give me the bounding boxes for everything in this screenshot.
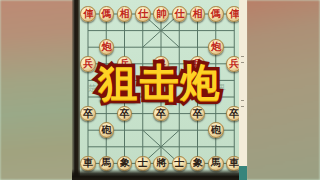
piece-black[interactable]: 卒: [153, 106, 169, 122]
piece-red[interactable]: 相: [117, 6, 133, 22]
piece-red[interactable]: 帥: [153, 6, 169, 22]
board-cell[interactable]: 炮: [207, 39, 225, 56]
piece-black[interactable]: 卒: [117, 106, 133, 122]
piece-red[interactable]: 兵: [153, 56, 169, 72]
piece-red[interactable]: 兵: [80, 56, 96, 72]
strip-mark: [241, 62, 244, 63]
board-cell[interactable]: [79, 72, 97, 89]
strip-mark: [241, 106, 244, 107]
board-cell[interactable]: [116, 89, 134, 106]
board-cell[interactable]: [79, 89, 97, 106]
board-cell[interactable]: 仕: [134, 6, 152, 23]
piece-red[interactable]: 傌: [208, 6, 224, 22]
piece-black[interactable]: 砲: [99, 122, 115, 138]
strip-mark: [241, 100, 244, 101]
piece-red[interactable]: 兵: [190, 56, 206, 72]
board-cell[interactable]: [116, 122, 134, 139]
board-cell[interactable]: [152, 22, 170, 39]
blurred-background-left: [0, 0, 74, 180]
board-cell[interactable]: 兵: [189, 55, 207, 72]
board-cell[interactable]: [116, 138, 134, 155]
piece-red[interactable]: 傌: [99, 6, 115, 22]
board-cell[interactable]: [152, 39, 170, 56]
piece-black[interactable]: 卒: [80, 106, 96, 122]
board-cell[interactable]: 砲: [97, 122, 115, 139]
board-cell[interactable]: [170, 55, 188, 72]
board-cell[interactable]: [79, 39, 97, 56]
board-cell[interactable]: [116, 72, 134, 89]
board-cell[interactable]: [79, 138, 97, 155]
piece-red[interactable]: 炮: [208, 39, 224, 55]
board-cell[interactable]: 卒: [116, 105, 134, 122]
board-cell[interactable]: [207, 89, 225, 106]
board-cell[interactable]: 卒: [152, 105, 170, 122]
board-cell[interactable]: [152, 138, 170, 155]
board-cell[interactable]: 帥: [152, 6, 170, 23]
board-grid: 俥傌相仕帥仕相傌俥炮炮兵兵兵兵兵卒卒卒卒卒砲砲車馬象士將士象馬車: [79, 6, 243, 172]
board-cell[interactable]: 卒: [189, 105, 207, 122]
board-cell[interactable]: [97, 55, 115, 72]
board-cell[interactable]: [207, 72, 225, 89]
board-cell[interactable]: [134, 22, 152, 39]
board-cell[interactable]: [189, 22, 207, 39]
piece-black[interactable]: 卒: [190, 106, 206, 122]
strip-teal-block: [239, 166, 247, 180]
board-cell[interactable]: [170, 89, 188, 106]
board-cell[interactable]: [79, 122, 97, 139]
board-cell[interactable]: [189, 122, 207, 139]
board-cell[interactable]: [189, 39, 207, 56]
xiangqi-board[interactable]: 楚河 漢界 俥傌相仕帥仕相傌俥炮炮兵兵兵兵兵卒卒卒卒卒砲砲車馬象士將士象馬車: [79, 0, 241, 180]
board-cell[interactable]: [134, 138, 152, 155]
board-cell[interactable]: [79, 22, 97, 39]
board-cell[interactable]: 相: [116, 6, 134, 23]
board-cell[interactable]: [207, 55, 225, 72]
board-bottom-shadow: [72, 169, 240, 180]
board-cell[interactable]: [170, 22, 188, 39]
board-cell[interactable]: 炮: [97, 39, 115, 56]
board-cell[interactable]: [134, 122, 152, 139]
right-edge-strip: [239, 0, 247, 180]
board-cell[interactable]: [152, 122, 170, 139]
blurred-background-right: [246, 0, 320, 180]
board-cell[interactable]: 卒: [79, 105, 97, 122]
board-cell[interactable]: 傌: [207, 6, 225, 23]
board-cell[interactable]: [170, 39, 188, 56]
board-cell[interactable]: [170, 122, 188, 139]
board-cell[interactable]: [97, 22, 115, 39]
board-cell[interactable]: [134, 105, 152, 122]
board-cell[interactable]: [207, 105, 225, 122]
piece-black[interactable]: 砲: [208, 122, 224, 138]
board-cell[interactable]: [97, 89, 115, 106]
board-cell[interactable]: [152, 89, 170, 106]
board-cell[interactable]: [97, 138, 115, 155]
board-cell[interactable]: [207, 138, 225, 155]
piece-red[interactable]: 相: [190, 6, 206, 22]
video-frame: 楚河 漢界 俥傌相仕帥仕相傌俥炮炮兵兵兵兵兵卒卒卒卒卒砲砲車馬象士將士象馬車 狙…: [0, 0, 320, 180]
board-cell[interactable]: [97, 72, 115, 89]
board-cell[interactable]: 砲: [207, 122, 225, 139]
board-cell[interactable]: 俥: [79, 6, 97, 23]
board-cell[interactable]: 兵: [116, 55, 134, 72]
board-cell[interactable]: 仕: [170, 6, 188, 23]
board-cell[interactable]: 相: [189, 6, 207, 23]
board-cell[interactable]: [116, 22, 134, 39]
board-cell[interactable]: [189, 138, 207, 155]
board-cell[interactable]: [170, 105, 188, 122]
board-cell[interactable]: [207, 22, 225, 39]
board-cell[interactable]: [116, 39, 134, 56]
board-cell[interactable]: [170, 138, 188, 155]
board-cell[interactable]: [134, 72, 152, 89]
strip-mark: [241, 56, 244, 57]
board-cell[interactable]: [189, 72, 207, 89]
piece-red[interactable]: 兵: [117, 56, 133, 72]
piece-red[interactable]: 炮: [99, 39, 115, 55]
board-cell[interactable]: [97, 105, 115, 122]
board-cell[interactable]: [189, 89, 207, 106]
piece-red[interactable]: 仕: [172, 6, 188, 22]
board-cell[interactable]: [134, 55, 152, 72]
board-cell[interactable]: 傌: [97, 6, 115, 23]
board-cell[interactable]: [134, 89, 152, 106]
piece-red[interactable]: 仕: [135, 6, 151, 22]
piece-red[interactable]: 俥: [80, 6, 96, 22]
board-cell[interactable]: 兵: [79, 55, 97, 72]
board-left-shadow: [72, 0, 80, 180]
board-cell[interactable]: [170, 72, 188, 89]
board-cell[interactable]: 兵: [152, 55, 170, 72]
board-cell[interactable]: [134, 39, 152, 56]
board-cell[interactable]: [152, 72, 170, 89]
